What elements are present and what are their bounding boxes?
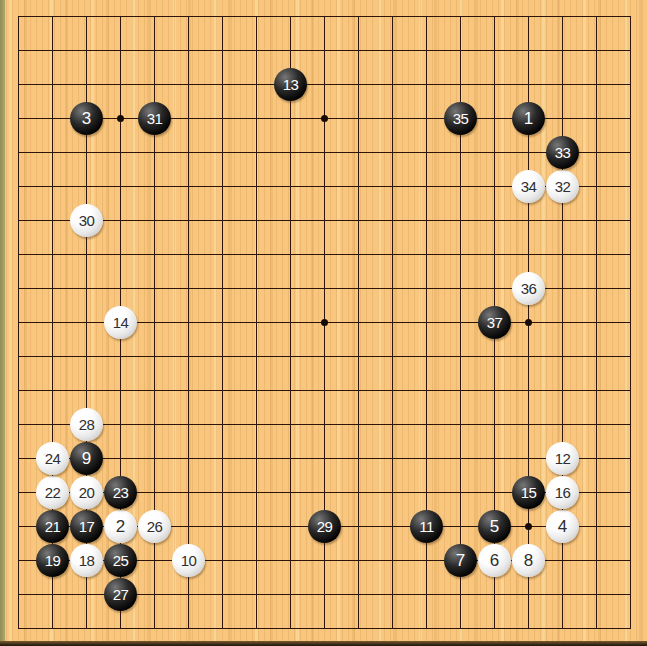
go-board[interactable]: 1234567891011121314151617181920212223242… bbox=[0, 0, 647, 646]
stone-black-7-O3[interactable]: 7 bbox=[444, 544, 477, 577]
star-point bbox=[321, 319, 328, 326]
board-bottom-shadow bbox=[0, 641, 647, 646]
star-point bbox=[321, 115, 328, 122]
stone-white-20-C5[interactable]: 20 bbox=[70, 476, 103, 509]
stone-white-34-Q14[interactable]: 34 bbox=[512, 170, 545, 203]
stone-white-30-C13[interactable]: 30 bbox=[70, 204, 103, 237]
stone-white-22-B5[interactable]: 22 bbox=[36, 476, 69, 509]
stone-white-26-E4[interactable]: 26 bbox=[138, 510, 171, 543]
stone-black-9-C6[interactable]: 9 bbox=[70, 442, 103, 475]
star-point bbox=[525, 523, 532, 530]
stone-white-4-R4[interactable]: 4 bbox=[546, 510, 579, 543]
stone-white-16-R5[interactable]: 16 bbox=[546, 476, 579, 509]
stone-black-33-R15[interactable]: 33 bbox=[546, 136, 579, 169]
stone-black-3-C16[interactable]: 3 bbox=[70, 102, 103, 135]
stone-white-28-C7[interactable]: 28 bbox=[70, 408, 103, 441]
stone-black-37-P10[interactable]: 37 bbox=[478, 306, 511, 339]
stone-white-36-Q11[interactable]: 36 bbox=[512, 272, 545, 305]
stone-black-21-B4[interactable]: 21 bbox=[36, 510, 69, 543]
stone-white-24-B6[interactable]: 24 bbox=[36, 442, 69, 475]
stone-black-29-K4[interactable]: 29 bbox=[308, 510, 341, 543]
star-point bbox=[525, 319, 532, 326]
stone-black-27-D2[interactable]: 27 bbox=[104, 578, 137, 611]
stone-black-5-P4[interactable]: 5 bbox=[478, 510, 511, 543]
stone-black-13-J17[interactable]: 13 bbox=[274, 68, 307, 101]
stone-black-19-B3[interactable]: 19 bbox=[36, 544, 69, 577]
stone-black-17-C4[interactable]: 17 bbox=[70, 510, 103, 543]
stone-black-15-Q5[interactable]: 15 bbox=[512, 476, 545, 509]
stone-black-35-O16[interactable]: 35 bbox=[444, 102, 477, 135]
stone-white-10-F3[interactable]: 10 bbox=[172, 544, 205, 577]
board-left-edge bbox=[0, 0, 5, 646]
stone-black-25-D3[interactable]: 25 bbox=[104, 544, 137, 577]
stone-black-11-N4[interactable]: 11 bbox=[410, 510, 443, 543]
stone-white-6-P3[interactable]: 6 bbox=[478, 544, 511, 577]
star-point bbox=[117, 115, 124, 122]
stone-black-1-Q16[interactable]: 1 bbox=[512, 102, 545, 135]
stone-black-31-E16[interactable]: 31 bbox=[138, 102, 171, 135]
stone-white-32-R14[interactable]: 32 bbox=[546, 170, 579, 203]
stone-white-14-D10[interactable]: 14 bbox=[104, 306, 137, 339]
stone-white-2-D4[interactable]: 2 bbox=[104, 510, 137, 543]
stone-white-12-R6[interactable]: 12 bbox=[546, 442, 579, 475]
stone-white-18-C3[interactable]: 18 bbox=[70, 544, 103, 577]
stone-black-23-D5[interactable]: 23 bbox=[104, 476, 137, 509]
stone-white-8-Q3[interactable]: 8 bbox=[512, 544, 545, 577]
